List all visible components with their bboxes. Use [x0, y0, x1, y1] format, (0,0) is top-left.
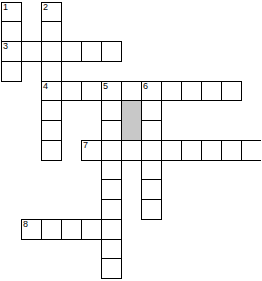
cell-r4-c11[interactable]	[221, 81, 242, 102]
cell-r7-c8[interactable]	[161, 140, 182, 161]
cell-r6-c5[interactable]	[101, 120, 122, 141]
cell-r11-c5[interactable]	[101, 219, 122, 240]
clue-number-7: 7	[83, 141, 88, 150]
cell-r5-c5[interactable]	[101, 100, 122, 121]
cell-r8-c5[interactable]	[101, 160, 122, 181]
clue-number-4: 4	[43, 82, 48, 91]
cell-r0-c0[interactable]: 1	[1, 2, 22, 23]
cell-r7-c6[interactable]	[121, 140, 142, 161]
cell-r2-c3[interactable]	[61, 41, 82, 62]
cell-r12-c5[interactable]	[101, 239, 122, 260]
cell-r3-c2[interactable]	[41, 61, 62, 82]
cell-r7-c7[interactable]	[141, 140, 162, 161]
cell-r13-c5[interactable]	[101, 258, 122, 279]
cell-r11-c1[interactable]: 8	[21, 219, 42, 240]
cell-r4-c10[interactable]	[201, 81, 222, 102]
cell-r4-c8[interactable]	[161, 81, 182, 102]
cell-r7-c10[interactable]	[201, 140, 222, 161]
clue-number-3: 3	[3, 42, 8, 51]
cell-r1-c2[interactable]	[41, 21, 62, 42]
cell-r5-c2[interactable]	[41, 100, 62, 121]
cell-r4-c9[interactable]	[181, 81, 202, 102]
cell-r9-c7[interactable]	[141, 179, 162, 200]
cell-r2-c4[interactable]	[81, 41, 102, 62]
crossword-board: 12345678	[0, 0, 261, 281]
cell-r9-c5[interactable]	[101, 179, 122, 200]
clue-number-8: 8	[23, 220, 28, 229]
clue-number-6: 6	[143, 82, 148, 91]
cell-r4-c2[interactable]: 4	[41, 81, 62, 102]
cell-r0-c2[interactable]: 2	[41, 2, 62, 23]
cell-r10-c5[interactable]	[101, 199, 122, 220]
cell-r2-c5[interactable]	[101, 41, 122, 62]
cell-r7-c11[interactable]	[221, 140, 242, 161]
cell-r8-c7[interactable]	[141, 160, 162, 181]
cell-r11-c2[interactable]	[41, 219, 62, 240]
cell-r10-c7[interactable]	[141, 199, 162, 220]
cell-r7-c5[interactable]	[101, 140, 122, 161]
cell-r3-c0[interactable]	[1, 61, 22, 82]
cell-r4-c7[interactable]: 6	[141, 81, 162, 102]
cell-r7-c4[interactable]: 7	[81, 140, 102, 161]
cell-r6-c7[interactable]	[141, 120, 162, 141]
cell-r7-c2[interactable]	[41, 140, 62, 161]
cell-r5-c7[interactable]	[141, 100, 162, 121]
cell-r11-c3[interactable]	[61, 219, 82, 240]
cell-r4-c6[interactable]	[121, 81, 142, 102]
cell-r6-c2[interactable]	[41, 120, 62, 141]
clue-number-5: 5	[103, 82, 108, 91]
cell-r2-c1[interactable]	[21, 41, 42, 62]
cell-r2-c2[interactable]	[41, 41, 62, 62]
clue-number-2: 2	[43, 3, 48, 12]
cell-r4-c4[interactable]	[81, 81, 102, 102]
cell-r1-c0[interactable]	[1, 21, 22, 42]
cell-r7-c12[interactable]	[241, 140, 262, 161]
cell-r4-c3[interactable]	[61, 81, 82, 102]
clue-number-1: 1	[3, 3, 8, 12]
cell-r11-c4[interactable]	[81, 219, 102, 240]
cell-r7-c9[interactable]	[181, 140, 202, 161]
cell-r2-c0[interactable]: 3	[1, 41, 22, 62]
shaded-cell-r5-c6[interactable]	[121, 100, 142, 141]
cell-r4-c5[interactable]: 5	[101, 81, 122, 102]
